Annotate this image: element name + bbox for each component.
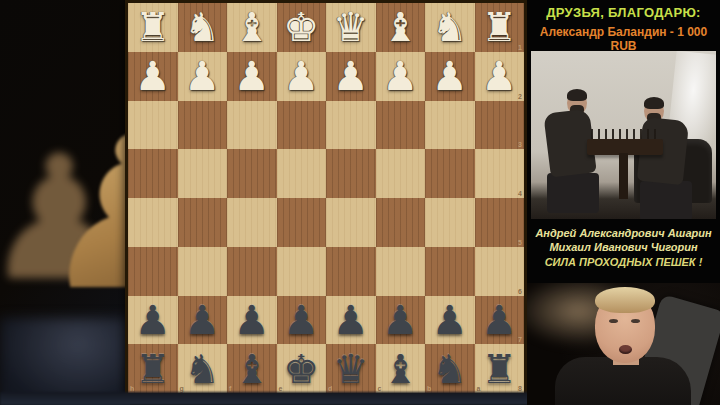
white-pawn[interactable]: ♟: [283, 56, 319, 96]
photo-table-leg: [619, 153, 628, 199]
square-e4[interactable]: [277, 149, 327, 198]
photo-player-right: [640, 99, 692, 219]
square-h8[interactable]: ♜h: [128, 344, 178, 393]
desk-strip: [0, 392, 530, 405]
black-knight[interactable]: ♞: [184, 349, 220, 389]
black-pawn[interactable]: ♟: [135, 300, 171, 340]
square-b5[interactable]: [425, 198, 475, 247]
chessboard-frame: ♜♞♝♚♛♝♞♜1♟♟♟♟♟♟♟♟23456♟♟♟♟♟♟♟♟7♜h♞g♝f♚e♛…: [125, 0, 527, 396]
black-bishop[interactable]: ♝: [234, 349, 270, 389]
white-bishop[interactable]: ♝: [234, 7, 270, 47]
square-g3[interactable]: [178, 101, 228, 150]
square-g6[interactable]: [178, 247, 228, 296]
historical-chess-photo: [531, 51, 716, 219]
right-panel: ДРУЗЬЯ, БЛАГОДАРЮ: Александр Баландин - …: [527, 0, 720, 405]
donor-name-amount: Александр Баландин - 1 000: [527, 25, 720, 39]
rank-label: 4: [518, 190, 522, 197]
file-label: d: [328, 385, 332, 392]
square-d2[interactable]: ♟: [326, 52, 376, 101]
square-e5[interactable]: [277, 198, 327, 247]
square-h6[interactable]: [128, 247, 178, 296]
square-g7[interactable]: ♟: [178, 296, 228, 345]
file-label: h: [130, 385, 134, 392]
square-f6[interactable]: [227, 247, 277, 296]
square-h2[interactable]: ♟: [128, 52, 178, 101]
white-knight[interactable]: ♞: [184, 7, 220, 47]
square-a4[interactable]: 4: [475, 149, 525, 198]
square-g2[interactable]: ♟: [178, 52, 228, 101]
square-a1[interactable]: ♜1: [475, 3, 525, 52]
rank-label: 6: [518, 288, 522, 295]
square-b2[interactable]: ♟: [425, 52, 475, 101]
square-c8[interactable]: ♝c: [376, 344, 426, 393]
square-a2[interactable]: ♟2: [475, 52, 525, 101]
square-d7[interactable]: ♟: [326, 296, 376, 345]
square-e7[interactable]: ♟: [277, 296, 327, 345]
black-pawn[interactable]: ♟: [184, 300, 220, 340]
square-b4[interactable]: [425, 149, 475, 198]
square-c5[interactable]: [376, 198, 426, 247]
square-h4[interactable]: [128, 149, 178, 198]
white-bishop[interactable]: ♝: [382, 7, 418, 47]
square-h3[interactable]: [128, 101, 178, 150]
square-d1[interactable]: ♛: [326, 3, 376, 52]
square-a7[interactable]: ♟7: [475, 296, 525, 345]
white-king[interactable]: ♚: [283, 7, 319, 47]
square-a8[interactable]: ♜a8: [475, 344, 525, 393]
square-f4[interactable]: [227, 149, 277, 198]
black-pawn[interactable]: ♟: [481, 300, 517, 340]
white-pawn[interactable]: ♟: [184, 56, 220, 96]
caption-player1: Андрей Александрович Ашарин: [527, 226, 720, 240]
black-bishop[interactable]: ♝: [382, 349, 418, 389]
square-c2[interactable]: ♟: [376, 52, 426, 101]
caption-player2: Михаил Иванович Чигорин: [527, 240, 720, 254]
black-pawn[interactable]: ♟: [432, 300, 468, 340]
square-b6[interactable]: [425, 247, 475, 296]
rank-label: 5: [518, 239, 522, 246]
black-rook[interactable]: ♜: [135, 349, 171, 389]
black-rook[interactable]: ♜: [481, 349, 517, 389]
file-label: f: [229, 385, 231, 392]
white-knight[interactable]: ♞: [432, 7, 468, 47]
square-a5[interactable]: 5: [475, 198, 525, 247]
square-f1[interactable]: ♝: [227, 3, 277, 52]
square-e3[interactable]: [277, 101, 327, 150]
square-b8[interactable]: ♞b: [425, 344, 475, 393]
white-rook[interactable]: ♜: [481, 7, 517, 47]
square-f7[interactable]: ♟: [227, 296, 277, 345]
black-pawn[interactable]: ♟: [234, 300, 270, 340]
streamer-webcam: [527, 283, 720, 405]
donate-header: ДРУЗЬЯ, БЛАГОДАРЮ:: [527, 5, 720, 20]
square-d5[interactable]: [326, 198, 376, 247]
black-knight[interactable]: ♞: [432, 349, 468, 389]
square-c6[interactable]: [376, 247, 426, 296]
white-pawn[interactable]: ♟: [382, 56, 418, 96]
square-d8[interactable]: ♛d: [326, 344, 376, 393]
square-a6[interactable]: 6: [475, 247, 525, 296]
background-pawn-icon: ♟: [38, 92, 130, 337]
file-label: a: [477, 385, 481, 392]
left-backdrop: ♟ ♟: [0, 0, 130, 405]
rank-label: 3: [518, 141, 522, 148]
black-pawn[interactable]: ♟: [333, 300, 369, 340]
white-pawn[interactable]: ♟: [234, 56, 270, 96]
white-queen[interactable]: ♛: [333, 7, 369, 47]
streamer-eye: [631, 319, 640, 323]
white-rook[interactable]: ♜: [135, 7, 171, 47]
square-d3[interactable]: [326, 101, 376, 150]
white-pawn[interactable]: ♟: [333, 56, 369, 96]
square-c4[interactable]: [376, 149, 426, 198]
rank-label: 8: [518, 385, 522, 392]
square-d4[interactable]: [326, 149, 376, 198]
square-d6[interactable]: [326, 247, 376, 296]
rank-label: 7: [518, 336, 522, 343]
rank-label: 2: [518, 93, 522, 100]
square-g1[interactable]: ♞: [178, 3, 228, 52]
white-pawn[interactable]: ♟: [135, 56, 171, 96]
stream-frame: ♟ ♟ ♜♞♝♚♛♝♞♜1♟♟♟♟♟♟♟♟23456♟♟♟♟♟♟♟♟7♜h♞g♝…: [0, 0, 720, 405]
file-label: g: [180, 385, 184, 392]
streamer-hair: [595, 287, 655, 313]
square-e1[interactable]: ♚: [277, 3, 327, 52]
caption-block: Андрей Александрович Ашарин Михаил Ивано…: [527, 226, 720, 269]
black-pawn[interactable]: ♟: [382, 300, 418, 340]
caption-topic: СИЛА ПРОХОДНЫХ ПЕШЕК !: [527, 255, 720, 269]
white-pawn[interactable]: ♟: [432, 56, 468, 96]
square-c3[interactable]: [376, 101, 426, 150]
square-f3[interactable]: [227, 101, 277, 150]
square-e8[interactable]: ♚e: [277, 344, 327, 393]
white-pawn[interactable]: ♟: [481, 56, 517, 96]
square-h7[interactable]: ♟: [128, 296, 178, 345]
square-g8[interactable]: ♞g: [178, 344, 228, 393]
square-g5[interactable]: [178, 198, 228, 247]
square-f8[interactable]: ♝f: [227, 344, 277, 393]
square-h1[interactable]: ♜: [128, 3, 178, 52]
black-queen[interactable]: ♛: [333, 349, 369, 389]
file-label: e: [279, 385, 283, 392]
square-b1[interactable]: ♞: [425, 3, 475, 52]
square-h5[interactable]: [128, 198, 178, 247]
rank-label: 1: [518, 44, 522, 51]
streamer-mouth: [619, 345, 632, 354]
square-f2[interactable]: ♟: [227, 52, 277, 101]
square-c1[interactable]: ♝: [376, 3, 426, 52]
black-king[interactable]: ♚: [283, 349, 319, 389]
square-c7[interactable]: ♟: [376, 296, 426, 345]
chessboard[interactable]: ♜♞♝♚♛♝♞♜1♟♟♟♟♟♟♟♟23456♟♟♟♟♟♟♟♟7♜h♞g♝f♚e♛…: [128, 3, 524, 393]
square-b3[interactable]: [425, 101, 475, 150]
square-g4[interactable]: [178, 149, 228, 198]
black-pawn[interactable]: ♟: [283, 300, 319, 340]
square-a3[interactable]: 3: [475, 101, 525, 150]
square-e2[interactable]: ♟: [277, 52, 327, 101]
file-label: b: [427, 385, 431, 392]
square-b7[interactable]: ♟: [425, 296, 475, 345]
file-label: c: [378, 385, 382, 392]
streamer-eye: [609, 319, 618, 323]
square-e6[interactable]: [277, 247, 327, 296]
square-f5[interactable]: [227, 198, 277, 247]
